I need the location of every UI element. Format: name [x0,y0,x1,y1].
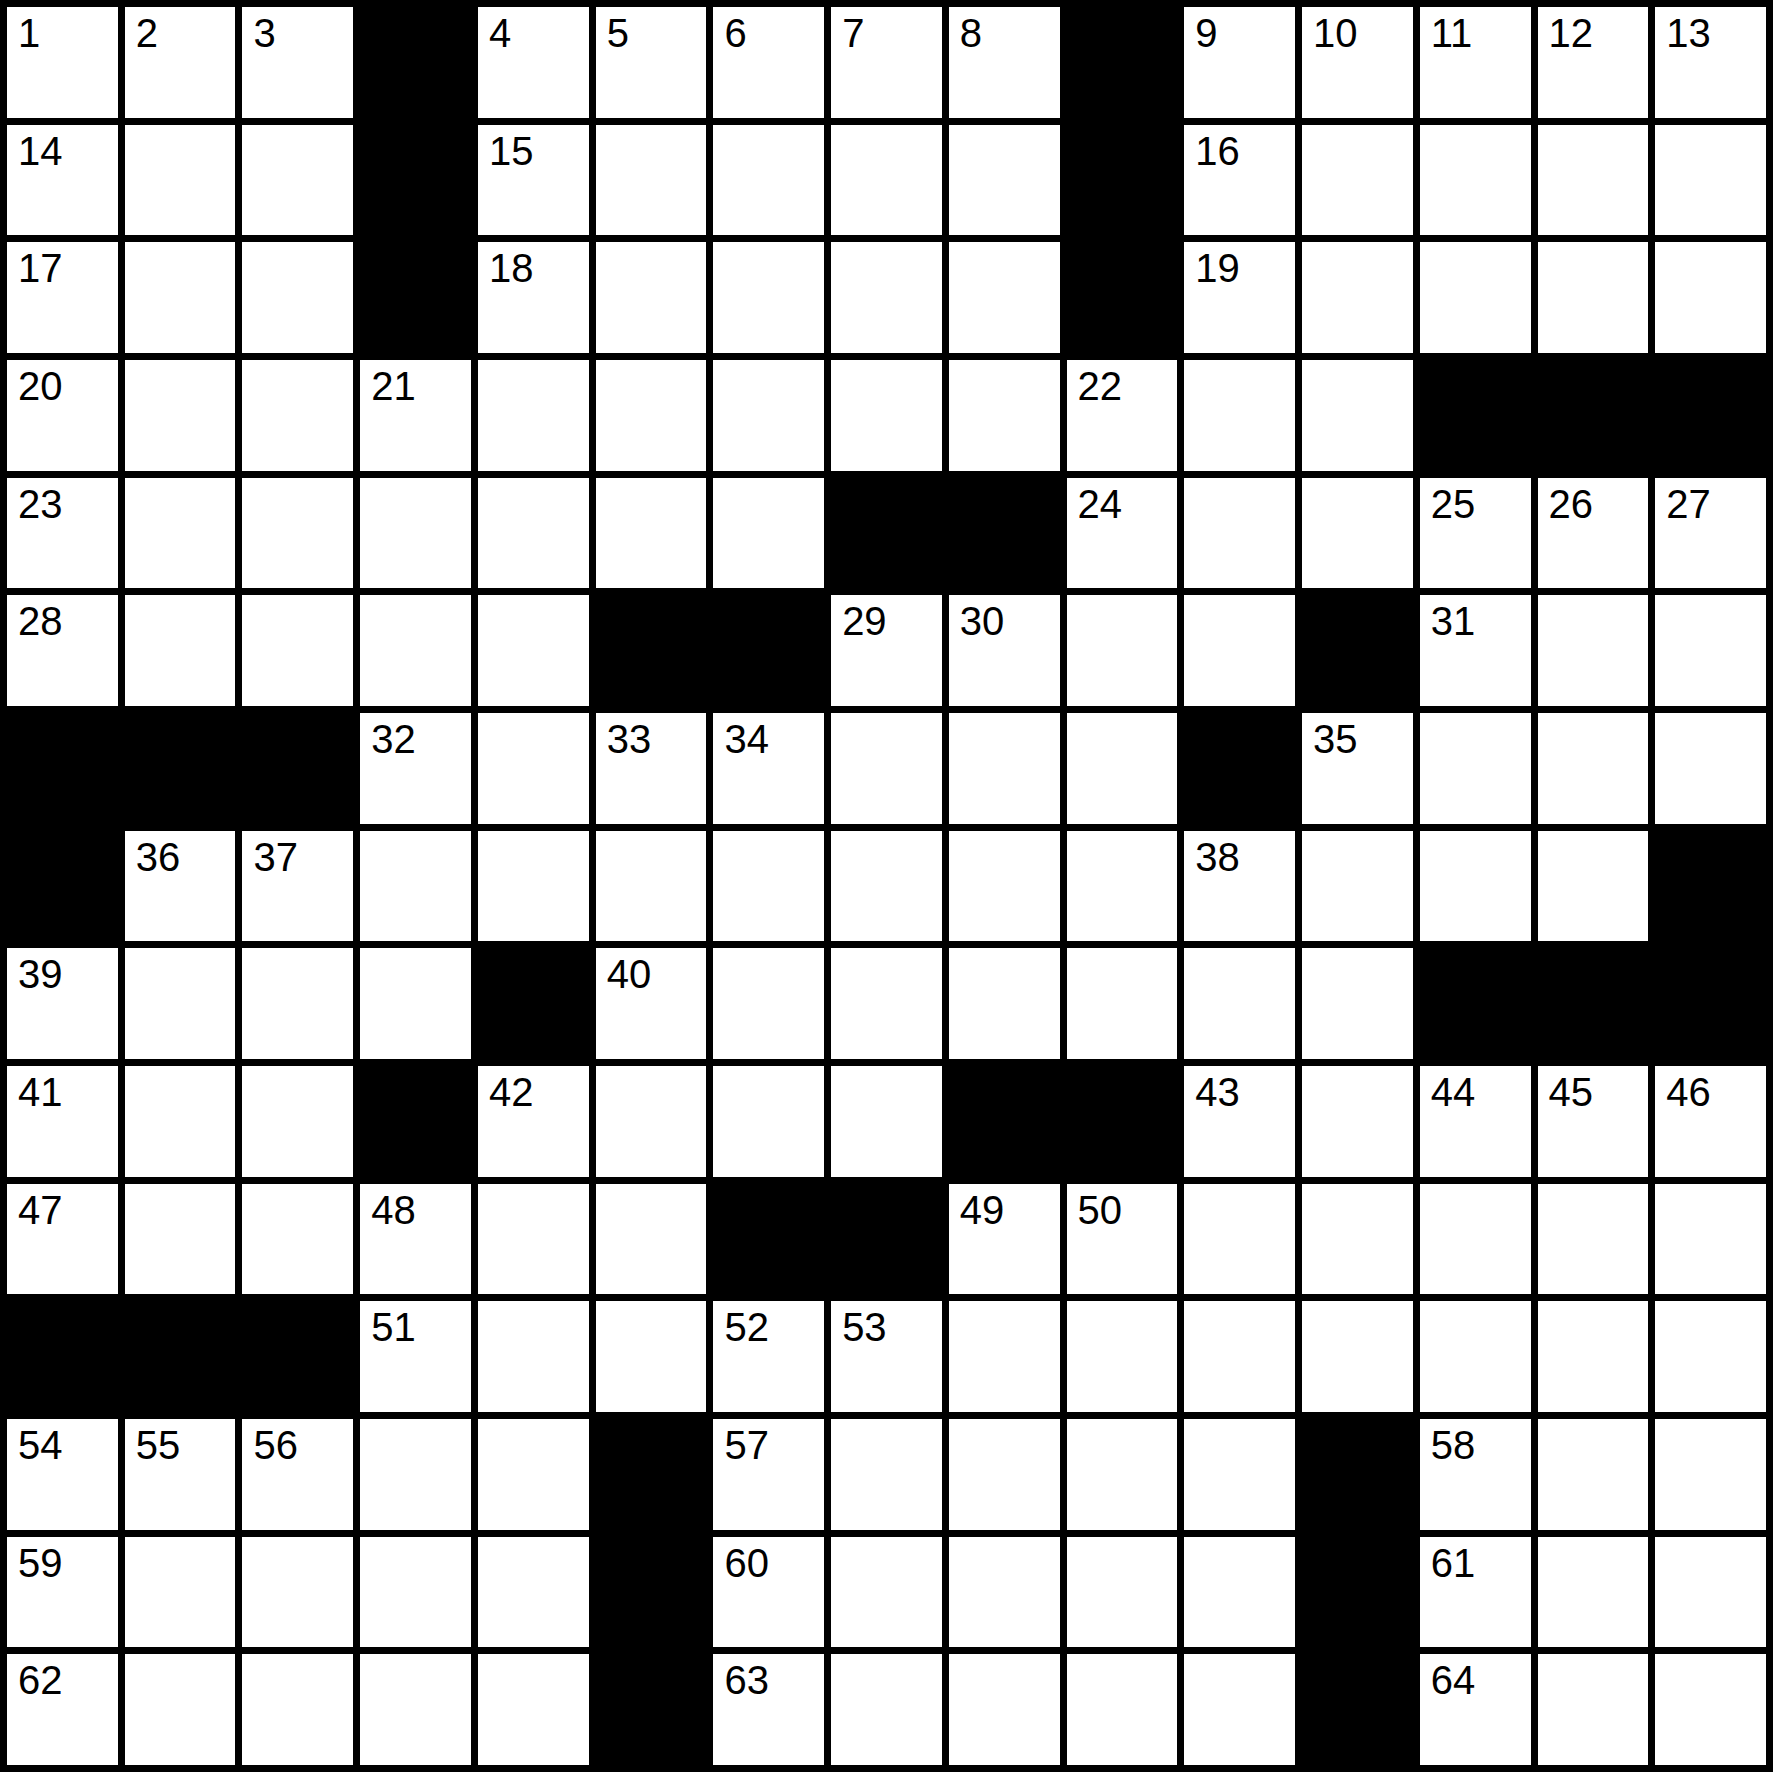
clue-number-32: 32 [371,717,416,761]
cell-r8c10[interactable] [1067,831,1178,942]
block-cell-r14c6 [596,1537,707,1648]
cell-r13c15[interactable] [1655,1419,1766,1530]
cell-r7c8[interactable] [831,713,942,824]
block-cell-r1c10 [1067,7,1178,118]
cell-r12c6[interactable] [596,1301,707,1412]
cell-r7c10[interactable] [1067,713,1178,824]
cell-r7c9[interactable] [949,713,1060,824]
block-cell-r8c1 [7,831,118,942]
cell-r10c7[interactable] [713,1066,824,1177]
cell-r13c11[interactable] [1184,1419,1295,1530]
clue-number-15: 15 [489,129,534,173]
cell-r11c15[interactable] [1655,1184,1766,1295]
clue-number-46: 46 [1666,1070,1711,1114]
clue-number-39: 39 [18,952,63,996]
cell-r9c6[interactable]: 40 [596,948,707,1059]
block-cell-r11c7 [713,1184,824,1295]
clue-number-18: 18 [489,246,534,290]
cell-r12c4[interactable]: 51 [360,1301,471,1412]
cell-r8c8[interactable] [831,831,942,942]
block-cell-r9c5 [478,948,589,1059]
cell-r9c10[interactable] [1067,948,1178,1059]
cell-r4c6[interactable] [596,360,707,471]
cell-r11c11[interactable] [1184,1184,1295,1295]
cell-r2c8[interactable] [831,125,942,236]
cell-r5c6[interactable] [596,478,707,589]
clue-number-49: 49 [960,1188,1005,1232]
cell-r13c4[interactable] [360,1419,471,1530]
block-cell-r13c12 [1302,1419,1413,1530]
cell-r1c9[interactable]: 8 [949,7,1060,118]
clue-number-28: 28 [18,599,63,643]
cell-r12c14[interactable] [1538,1301,1649,1412]
cell-r5c12[interactable] [1302,478,1413,589]
cell-r15c11[interactable] [1184,1654,1295,1765]
cell-r12c11[interactable] [1184,1301,1295,1412]
clue-number-58: 58 [1431,1423,1476,1467]
block-cell-r9c15 [1655,948,1766,1059]
clue-number-26: 26 [1549,482,1594,526]
cell-r3c2[interactable] [125,242,236,353]
cell-r4c4[interactable]: 21 [360,360,471,471]
clue-number-55: 55 [136,1423,181,1467]
cell-r8c13[interactable] [1420,831,1531,942]
cell-r7c15[interactable] [1655,713,1766,824]
cell-r14c2[interactable] [125,1537,236,1648]
block-cell-r12c2 [125,1301,236,1412]
cell-r2c3[interactable] [242,125,353,236]
cell-r5c4[interactable] [360,478,471,589]
cell-r12c10[interactable] [1067,1301,1178,1412]
clue-number-21: 21 [371,364,416,408]
clue-number-43: 43 [1195,1070,1240,1114]
cell-r6c2[interactable] [125,595,236,706]
cell-r15c3[interactable] [242,1654,353,1765]
cell-r6c8[interactable]: 29 [831,595,942,706]
cell-r14c10[interactable] [1067,1537,1178,1648]
cell-r5c11[interactable] [1184,478,1295,589]
block-cell-r14c12 [1302,1537,1413,1648]
cell-r4c7[interactable] [713,360,824,471]
cell-r4c9[interactable] [949,360,1060,471]
cell-r12c7[interactable]: 52 [713,1301,824,1412]
block-cell-r2c4 [360,125,471,236]
clue-number-61: 61 [1431,1541,1476,1585]
block-cell-r8c15 [1655,831,1766,942]
cell-r4c8[interactable] [831,360,942,471]
cell-r10c6[interactable] [596,1066,707,1177]
cell-r8c7[interactable] [713,831,824,942]
clue-number-40: 40 [607,952,652,996]
block-cell-r12c3 [242,1301,353,1412]
block-cell-r4c14 [1538,360,1649,471]
cell-r11c14[interactable] [1538,1184,1649,1295]
clue-number-6: 6 [724,11,746,55]
cell-r9c11[interactable] [1184,948,1295,1059]
cell-r15c14[interactable] [1538,1654,1649,1765]
clue-number-44: 44 [1431,1070,1476,1114]
clue-number-56: 56 [253,1423,298,1467]
cell-r9c2[interactable] [125,948,236,1059]
block-cell-r10c10 [1067,1066,1178,1177]
block-cell-r7c2 [125,713,236,824]
cell-r3c1[interactable]: 17 [7,242,118,353]
cell-r3c5[interactable]: 18 [478,242,589,353]
cell-r3c6[interactable] [596,242,707,353]
cell-r13c7[interactable]: 57 [713,1419,824,1530]
block-cell-r9c14 [1538,948,1649,1059]
clue-number-41: 41 [18,1070,63,1114]
clue-number-17: 17 [18,246,63,290]
cell-r5c15[interactable]: 27 [1655,478,1766,589]
cell-r7c7[interactable]: 34 [713,713,824,824]
clue-number-50: 50 [1078,1188,1123,1232]
cell-r14c7[interactable]: 60 [713,1537,824,1648]
cell-r4c12[interactable] [1302,360,1413,471]
cell-r3c8[interactable] [831,242,942,353]
cell-r1c7[interactable]: 6 [713,7,824,118]
cell-r6c14[interactable] [1538,595,1649,706]
cell-r2c6[interactable] [596,125,707,236]
cell-r1c1[interactable]: 1 [7,7,118,118]
block-cell-r2c10 [1067,125,1178,236]
cell-r14c13[interactable]: 61 [1420,1537,1531,1648]
cell-r1c15[interactable]: 13 [1655,7,1766,118]
cell-r13c13[interactable]: 58 [1420,1419,1531,1530]
cell-r3c14[interactable] [1538,242,1649,353]
cell-r14c14[interactable] [1538,1537,1649,1648]
clue-number-59: 59 [18,1541,63,1585]
block-cell-r15c12 [1302,1654,1413,1765]
cell-r5c5[interactable] [478,478,589,589]
clue-number-38: 38 [1195,835,1240,879]
clue-number-14: 14 [18,129,63,173]
cell-r3c15[interactable] [1655,242,1766,353]
clue-number-24: 24 [1078,482,1123,526]
cell-r14c3[interactable] [242,1537,353,1648]
clue-number-30: 30 [960,599,1005,643]
clue-number-35: 35 [1313,717,1358,761]
block-cell-r4c13 [1420,360,1531,471]
cell-r13c2[interactable]: 55 [125,1419,236,1530]
clue-number-22: 22 [1078,364,1123,408]
cell-r5c14[interactable]: 26 [1538,478,1649,589]
cell-r10c8[interactable] [831,1066,942,1177]
clue-number-37: 37 [253,835,298,879]
block-cell-r5c9 [949,478,1060,589]
cell-r4c10[interactable]: 22 [1067,360,1178,471]
clue-number-25: 25 [1431,482,1476,526]
block-cell-r11c8 [831,1184,942,1295]
cell-r1c11[interactable]: 9 [1184,7,1295,118]
cell-r15c9[interactable] [949,1654,1060,1765]
cell-r5c2[interactable] [125,478,236,589]
cell-r9c1[interactable]: 39 [7,948,118,1059]
cell-r1c8[interactable]: 7 [831,7,942,118]
cell-r2c12[interactable] [1302,125,1413,236]
clue-number-11: 11 [1431,11,1473,55]
clue-number-27: 27 [1666,482,1711,526]
cell-r12c15[interactable] [1655,1301,1766,1412]
clue-number-60: 60 [724,1541,769,1585]
block-cell-r9c13 [1420,948,1531,1059]
cell-r6c15[interactable] [1655,595,1766,706]
cell-r11c3[interactable] [242,1184,353,1295]
cell-r2c5[interactable]: 15 [478,125,589,236]
clue-number-29: 29 [842,599,887,643]
clue-number-31: 31 [1431,599,1476,643]
cell-r9c12[interactable] [1302,948,1413,1059]
cell-r9c3[interactable] [242,948,353,1059]
cell-r3c7[interactable] [713,242,824,353]
cell-r13c8[interactable] [831,1419,942,1530]
cell-r7c5[interactable] [478,713,589,824]
cell-r8c9[interactable] [949,831,1060,942]
block-cell-r7c1 [7,713,118,824]
cell-r6c4[interactable] [360,595,471,706]
cell-r6c10[interactable] [1067,595,1178,706]
cell-r1c5[interactable]: 4 [478,7,589,118]
cell-r10c14[interactable]: 45 [1538,1066,1649,1177]
cell-r11c9[interactable]: 49 [949,1184,1060,1295]
cell-r8c2[interactable]: 36 [125,831,236,942]
block-cell-r12c1 [7,1301,118,1412]
clue-number-62: 62 [18,1658,63,1702]
cell-r2c15[interactable] [1655,125,1766,236]
clue-number-13: 13 [1666,11,1711,55]
cell-r15c2[interactable] [125,1654,236,1765]
cell-r1c6[interactable]: 5 [596,7,707,118]
cell-r7c13[interactable] [1420,713,1531,824]
cell-r15c13[interactable]: 64 [1420,1654,1531,1765]
clue-number-4: 4 [489,11,511,55]
clue-number-23: 23 [18,482,63,526]
cell-r1c2[interactable]: 2 [125,7,236,118]
cell-r5c1[interactable]: 23 [7,478,118,589]
cell-r1c13[interactable]: 11 [1420,7,1531,118]
cell-r8c12[interactable] [1302,831,1413,942]
cell-r7c4[interactable]: 32 [360,713,471,824]
block-cell-r6c12 [1302,595,1413,706]
cell-r5c7[interactable] [713,478,824,589]
clue-number-3: 3 [253,11,275,55]
cell-r5c10[interactable]: 24 [1067,478,1178,589]
cell-r14c11[interactable] [1184,1537,1295,1648]
cell-r5c3[interactable] [242,478,353,589]
clue-number-7: 7 [842,11,864,55]
cell-r15c15[interactable] [1655,1654,1766,1765]
cell-r3c3[interactable] [242,242,353,353]
cell-r6c13[interactable]: 31 [1420,595,1531,706]
cell-r8c14[interactable] [1538,831,1649,942]
block-cell-r10c4 [360,1066,471,1177]
cell-r2c2[interactable] [125,125,236,236]
cell-r14c4[interactable] [360,1537,471,1648]
cell-r4c3[interactable] [242,360,353,471]
clue-number-47: 47 [18,1188,63,1232]
cell-r4c2[interactable] [125,360,236,471]
cell-r8c6[interactable] [596,831,707,942]
block-cell-r3c10 [1067,242,1178,353]
block-cell-r5c8 [831,478,942,589]
cell-r2c11[interactable]: 16 [1184,125,1295,236]
cell-r9c7[interactable] [713,948,824,1059]
cell-r6c3[interactable] [242,595,353,706]
cell-r2c9[interactable] [949,125,1060,236]
cell-r2c13[interactable] [1420,125,1531,236]
clue-number-20: 20 [18,364,63,408]
cell-r14c9[interactable] [949,1537,1060,1648]
cell-r8c11[interactable]: 38 [1184,831,1295,942]
cell-r15c7[interactable]: 63 [713,1654,824,1765]
cell-r15c1[interactable]: 62 [7,1654,118,1765]
cell-r14c1[interactable]: 59 [7,1537,118,1648]
cell-r10c5[interactable]: 42 [478,1066,589,1177]
cell-r7c6[interactable]: 33 [596,713,707,824]
cell-r8c4[interactable] [360,831,471,942]
clue-number-51: 51 [371,1305,416,1349]
cell-r15c5[interactable] [478,1654,589,1765]
cell-r13c14[interactable] [1538,1419,1649,1530]
cell-r10c1[interactable]: 41 [7,1066,118,1177]
clue-number-9: 9 [1195,11,1217,55]
cell-r12c5[interactable] [478,1301,589,1412]
clue-number-8: 8 [960,11,982,55]
cell-r10c3[interactable] [242,1066,353,1177]
cell-r14c8[interactable] [831,1537,942,1648]
block-cell-r7c3 [242,713,353,824]
clue-number-33: 33 [607,717,652,761]
cell-r6c5[interactable] [478,595,589,706]
clue-number-63: 63 [724,1658,769,1702]
cell-r2c7[interactable] [713,125,824,236]
clue-number-52: 52 [724,1305,769,1349]
cell-r4c1[interactable]: 20 [7,360,118,471]
cell-r8c5[interactable] [478,831,589,942]
cell-r4c11[interactable] [1184,360,1295,471]
cell-r7c12[interactable]: 35 [1302,713,1413,824]
cell-r12c8[interactable]: 53 [831,1301,942,1412]
block-cell-r10c9 [949,1066,1060,1177]
cell-r5c13[interactable]: 25 [1420,478,1531,589]
cell-r11c5[interactable] [478,1184,589,1295]
clue-number-36: 36 [136,835,181,879]
cell-r7c14[interactable] [1538,713,1649,824]
cell-r1c12[interactable]: 10 [1302,7,1413,118]
cell-r6c1[interactable]: 28 [7,595,118,706]
cell-r6c9[interactable]: 30 [949,595,1060,706]
clue-number-42: 42 [489,1070,534,1114]
block-cell-r4c15 [1655,360,1766,471]
cell-r15c4[interactable] [360,1654,471,1765]
cell-r14c5[interactable] [478,1537,589,1648]
clue-number-12: 12 [1549,11,1594,55]
cell-r13c3[interactable]: 56 [242,1419,353,1530]
cell-r10c12[interactable] [1302,1066,1413,1177]
block-cell-r7c11 [1184,713,1295,824]
cell-r13c5[interactable] [478,1419,589,1530]
cell-r11c13[interactable] [1420,1184,1531,1295]
block-cell-r6c6 [596,595,707,706]
cell-r10c15[interactable]: 46 [1655,1066,1766,1177]
cell-r9c4[interactable] [360,948,471,1059]
clue-number-2: 2 [136,11,158,55]
clue-number-10: 10 [1313,11,1358,55]
cell-r13c9[interactable] [949,1419,1060,1530]
block-cell-r6c7 [713,595,824,706]
cell-r6c11[interactable] [1184,595,1295,706]
cell-r2c14[interactable] [1538,125,1649,236]
cell-r8c3[interactable]: 37 [242,831,353,942]
clue-number-19: 19 [1195,246,1240,290]
cell-r12c12[interactable] [1302,1301,1413,1412]
cell-r13c10[interactable] [1067,1419,1178,1530]
cell-r11c1[interactable]: 47 [7,1184,118,1295]
cell-r2c1[interactable]: 14 [7,125,118,236]
cell-r11c12[interactable] [1302,1184,1413,1295]
cell-r14c15[interactable] [1655,1537,1766,1648]
block-cell-r1c4 [360,7,471,118]
block-cell-r3c4 [360,242,471,353]
cell-r13c1[interactable]: 54 [7,1419,118,1530]
crossword-grid: 1234567891011121314151617181920212223242… [0,0,1773,1772]
clue-number-45: 45 [1549,1070,1594,1114]
cell-r1c3[interactable]: 3 [242,7,353,118]
cell-r11c4[interactable]: 48 [360,1184,471,1295]
cell-r11c2[interactable] [125,1184,236,1295]
cell-r10c11[interactable]: 43 [1184,1066,1295,1177]
clue-number-34: 34 [724,717,769,761]
clue-number-57: 57 [724,1423,769,1467]
cell-r11c10[interactable]: 50 [1067,1184,1178,1295]
clue-number-64: 64 [1431,1658,1476,1702]
clue-number-16: 16 [1195,129,1240,173]
cell-r12c9[interactable] [949,1301,1060,1412]
cell-r11c6[interactable] [596,1184,707,1295]
cell-r9c8[interactable] [831,948,942,1059]
cell-r3c11[interactable]: 19 [1184,242,1295,353]
clue-number-53: 53 [842,1305,887,1349]
clue-number-48: 48 [371,1188,416,1232]
cell-r12c13[interactable] [1420,1301,1531,1412]
cell-r1c14[interactable]: 12 [1538,7,1649,118]
cell-r9c9[interactable] [949,948,1060,1059]
clue-number-1: 1 [18,11,40,55]
cell-r4c5[interactable] [478,360,589,471]
clue-number-5: 5 [607,11,629,55]
block-cell-r13c6 [596,1419,707,1530]
cell-r3c12[interactable] [1302,242,1413,353]
cell-r15c10[interactable] [1067,1654,1178,1765]
cell-r10c13[interactable]: 44 [1420,1066,1531,1177]
cell-r3c9[interactable] [949,242,1060,353]
cell-r15c8[interactable] [831,1654,942,1765]
cell-r3c13[interactable] [1420,242,1531,353]
cell-r10c2[interactable] [125,1066,236,1177]
clue-number-54: 54 [18,1423,63,1467]
block-cell-r15c6 [596,1654,707,1765]
